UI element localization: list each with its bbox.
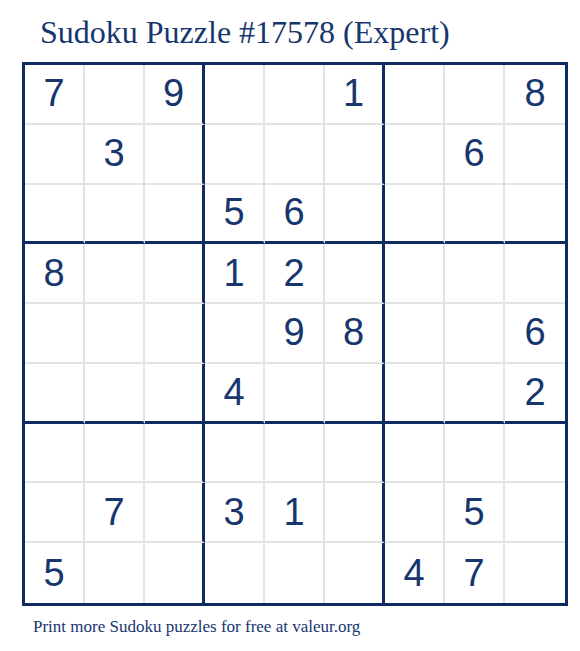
cell-r9c1[interactable]: 5 — [25, 543, 85, 603]
sudoku-board: 79183656812986427315547 — [22, 62, 568, 606]
cell-r8c5[interactable]: 1 — [265, 483, 325, 543]
cell-r2c3[interactable] — [145, 125, 205, 185]
cell-r9c4[interactable] — [205, 543, 265, 603]
cell-r3c1[interactable] — [25, 185, 85, 245]
cell-r7c9[interactable] — [505, 424, 565, 484]
cell-r8c2[interactable]: 7 — [85, 483, 145, 543]
cell-r8c7[interactable] — [385, 483, 445, 543]
footer-text: Print more Sudoku puzzles for free at va… — [33, 617, 360, 637]
cell-r6c5[interactable] — [265, 364, 325, 424]
cell-r9c8[interactable]: 7 — [445, 543, 505, 603]
cell-r5c8[interactable] — [445, 304, 505, 364]
cell-r5c5[interactable]: 9 — [265, 304, 325, 364]
cell-r4c8[interactable] — [445, 244, 505, 304]
cell-r3c5[interactable]: 6 — [265, 185, 325, 245]
cell-r7c3[interactable] — [145, 424, 205, 484]
cell-r8c4[interactable]: 3 — [205, 483, 265, 543]
cell-r4c9[interactable] — [505, 244, 565, 304]
cell-r8c6[interactable] — [325, 483, 385, 543]
cell-r9c5[interactable] — [265, 543, 325, 603]
cell-r6c2[interactable] — [85, 364, 145, 424]
cell-r8c9[interactable] — [505, 483, 565, 543]
cell-r2c5[interactable] — [265, 125, 325, 185]
cell-r7c4[interactable] — [205, 424, 265, 484]
cell-r3c9[interactable] — [505, 185, 565, 245]
cell-r5c9[interactable]: 6 — [505, 304, 565, 364]
cell-r9c6[interactable] — [325, 543, 385, 603]
cell-r5c7[interactable] — [385, 304, 445, 364]
cell-r7c6[interactable] — [325, 424, 385, 484]
cell-r3c8[interactable] — [445, 185, 505, 245]
cell-r2c7[interactable] — [385, 125, 445, 185]
cell-r2c4[interactable] — [205, 125, 265, 185]
cell-r4c2[interactable] — [85, 244, 145, 304]
cell-r6c4[interactable]: 4 — [205, 364, 265, 424]
cell-r1c7[interactable] — [385, 65, 445, 125]
cell-r3c4[interactable]: 5 — [205, 185, 265, 245]
cell-r4c6[interactable] — [325, 244, 385, 304]
cell-r3c6[interactable] — [325, 185, 385, 245]
cell-r5c3[interactable] — [145, 304, 205, 364]
page-title: Sudoku Puzzle #17578 (Expert) — [40, 15, 450, 50]
cell-r8c3[interactable] — [145, 483, 205, 543]
cell-r1c8[interactable] — [445, 65, 505, 125]
cell-r6c3[interactable] — [145, 364, 205, 424]
cell-r7c7[interactable] — [385, 424, 445, 484]
cell-r4c7[interactable] — [385, 244, 445, 304]
cell-r2c6[interactable] — [325, 125, 385, 185]
cell-r2c1[interactable] — [25, 125, 85, 185]
cell-r1c3[interactable]: 9 — [145, 65, 205, 125]
cell-r9c7[interactable]: 4 — [385, 543, 445, 603]
cell-r3c2[interactable] — [85, 185, 145, 245]
cell-r2c8[interactable]: 6 — [445, 125, 505, 185]
cell-r9c2[interactable] — [85, 543, 145, 603]
cell-r3c3[interactable] — [145, 185, 205, 245]
cell-r4c1[interactable]: 8 — [25, 244, 85, 304]
cell-r5c6[interactable]: 8 — [325, 304, 385, 364]
cell-r3c7[interactable] — [385, 185, 445, 245]
cell-r1c6[interactable]: 1 — [325, 65, 385, 125]
cell-r6c8[interactable] — [445, 364, 505, 424]
cell-r9c3[interactable] — [145, 543, 205, 603]
cell-r2c9[interactable] — [505, 125, 565, 185]
cell-r5c1[interactable] — [25, 304, 85, 364]
cell-r7c5[interactable] — [265, 424, 325, 484]
cell-r4c3[interactable] — [145, 244, 205, 304]
cell-r5c2[interactable] — [85, 304, 145, 364]
cell-r1c5[interactable] — [265, 65, 325, 125]
cell-r7c8[interactable] — [445, 424, 505, 484]
cell-r8c1[interactable] — [25, 483, 85, 543]
cell-r6c1[interactable] — [25, 364, 85, 424]
cell-r6c6[interactable] — [325, 364, 385, 424]
cell-r4c5[interactable]: 2 — [265, 244, 325, 304]
cell-r1c9[interactable]: 8 — [505, 65, 565, 125]
cell-r5c4[interactable] — [205, 304, 265, 364]
cell-r6c7[interactable] — [385, 364, 445, 424]
cell-r9c9[interactable] — [505, 543, 565, 603]
cell-r7c1[interactable] — [25, 424, 85, 484]
cell-r1c4[interactable] — [205, 65, 265, 125]
cell-r6c9[interactable]: 2 — [505, 364, 565, 424]
cell-r1c1[interactable]: 7 — [25, 65, 85, 125]
cell-r7c2[interactable] — [85, 424, 145, 484]
cell-r2c2[interactable]: 3 — [85, 125, 145, 185]
cell-r4c4[interactable]: 1 — [205, 244, 265, 304]
cell-r8c8[interactable]: 5 — [445, 483, 505, 543]
cell-r1c2[interactable] — [85, 65, 145, 125]
